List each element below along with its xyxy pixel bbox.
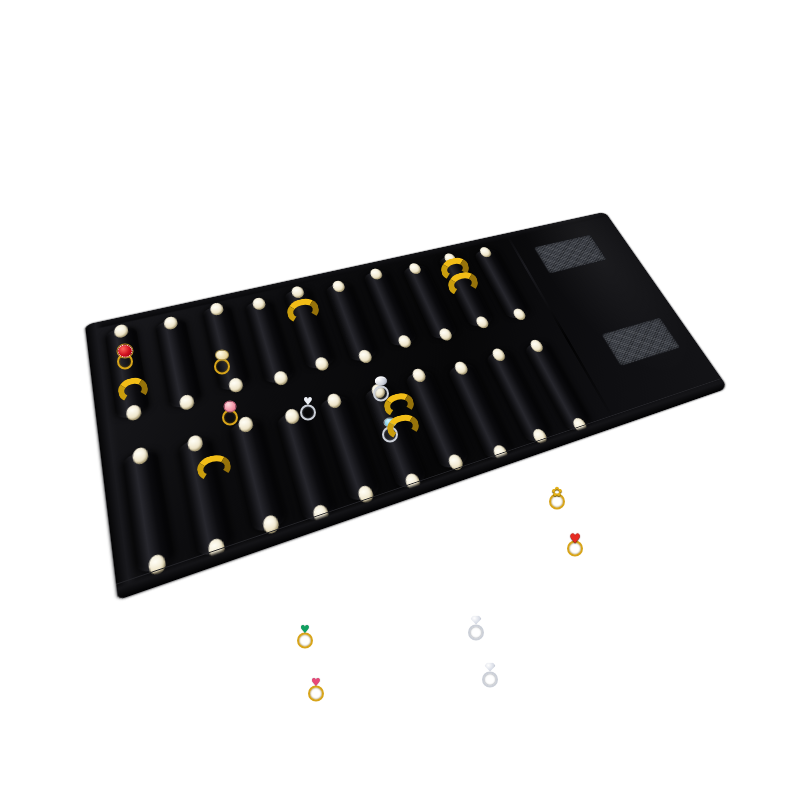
jewelry-roll (85, 212, 728, 600)
ring-diamond-2 (480, 663, 500, 688)
ring-slot-bar (177, 436, 234, 559)
ring-red-heart: ♥ (565, 532, 585, 557)
product-photo: ♥✿♥♥♥ (0, 0, 800, 800)
ring-green-heart: ♥ (295, 624, 315, 649)
ring-stone-flower: ✿ (552, 485, 563, 498)
ring-stone-diamond (471, 616, 482, 625)
ring-stone-heart-pink: ♥ (311, 677, 321, 688)
ring-slot-bar (201, 303, 251, 392)
ring-slot-bar (155, 317, 203, 410)
ring-shank (567, 541, 583, 557)
ring-diamond-1 (466, 616, 486, 641)
ring-pink-heart: ♥ (306, 677, 326, 702)
ring-shank (308, 686, 324, 702)
ring-shank (297, 633, 313, 649)
ring-shank (549, 494, 565, 510)
ring-gold-flower: ✿ (547, 485, 567, 510)
ring-shank (468, 625, 484, 641)
ring-slot-bar (244, 298, 296, 385)
ring-stone-heart-red: ♥ (569, 532, 581, 545)
ring-stone-diamond (485, 663, 496, 672)
ring-slot-bar (229, 417, 288, 534)
ring-shank (482, 672, 498, 688)
ring-stone-heart-green: ♥ (300, 624, 310, 635)
